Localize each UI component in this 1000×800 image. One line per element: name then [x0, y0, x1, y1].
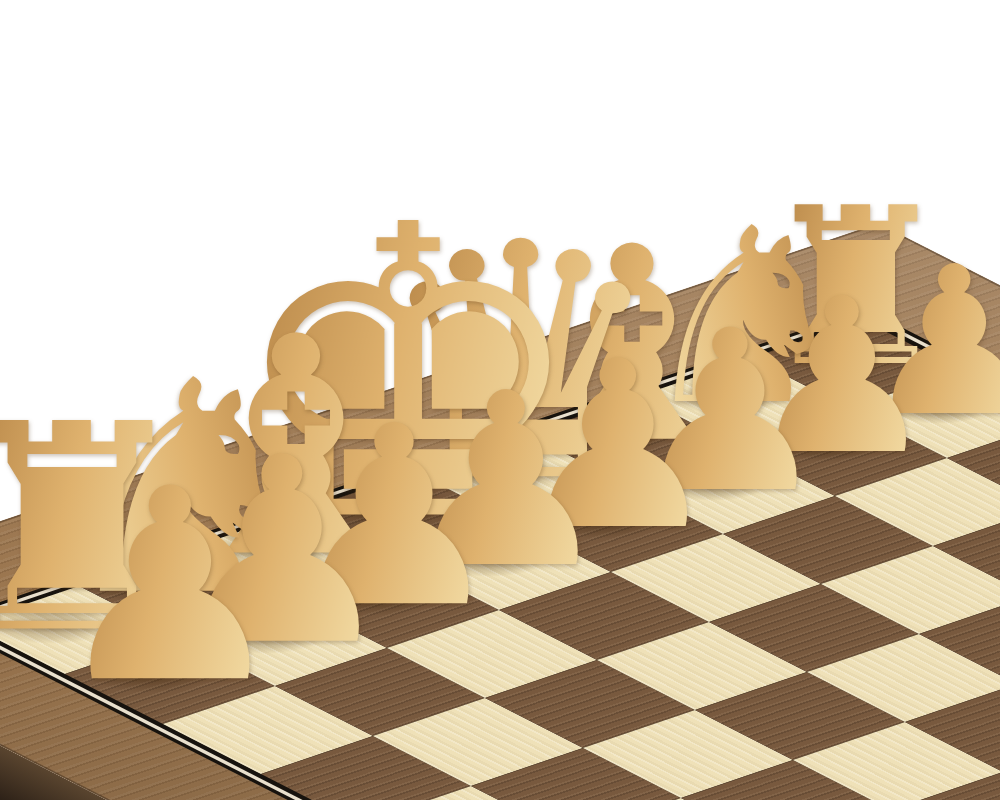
pieces-layer: ♜♞♝♚♛♝♞♜♟♟♟♟♟♟♟♟	[0, 0, 1000, 800]
chess-photo-scene: ♜♞♝♚♛♝♞♜♟♟♟♟♟♟♟♟	[0, 0, 1000, 800]
piece-white-pawn-h2[interactable]: ♟	[51, 454, 289, 720]
